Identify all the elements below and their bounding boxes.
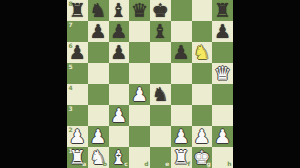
square-f3[interactable] [171,105,192,126]
white-knight[interactable]: ♞ [90,147,107,168]
rank-label-5: 5 [69,64,73,70]
white-pawn[interactable]: ♟ [173,126,190,147]
square-a4[interactable]: 4 [67,84,88,105]
rank-label-6: 6 [69,43,73,49]
square-f1[interactable]: f♜ [171,147,192,168]
file-label-h: h [227,161,231,167]
file-label-a: a [82,161,86,167]
square-g4[interactable] [192,84,213,105]
square-e7[interactable]: ♝ [150,21,171,42]
square-e8[interactable]: ♚ [150,0,171,21]
square-b2[interactable]: ♟ [88,126,109,147]
square-h2[interactable]: ♟ [212,126,233,147]
rank-label-4: 4 [69,85,73,91]
square-e2[interactable] [150,126,171,147]
black-bishop[interactable]: ♝ [110,0,127,21]
square-f5[interactable] [171,63,192,84]
square-g2[interactable]: ♟ [192,126,213,147]
square-c6[interactable]: ♟ [109,42,130,63]
square-a1[interactable]: 1a♜ [67,147,88,168]
square-b5[interactable] [88,63,109,84]
square-a3[interactable]: 3 [67,105,88,126]
file-label-g: g [206,161,210,167]
black-queen[interactable]: ♛ [131,0,148,21]
square-c7[interactable]: ♟ [109,21,130,42]
rank-label-1: 1 [69,148,73,154]
square-e5[interactable] [150,63,171,84]
square-c4[interactable] [109,84,130,105]
file-label-e: e [165,161,169,167]
letterbox-right [233,0,300,168]
file-label-c: c [124,161,128,167]
black-king[interactable]: ♚ [152,0,169,21]
square-f4[interactable] [171,84,192,105]
black-rook[interactable]: ♜ [69,0,86,21]
square-g8[interactable] [192,0,213,21]
square-g7[interactable] [192,21,213,42]
square-f2[interactable]: ♟ [171,126,192,147]
black-pawn[interactable]: ♟ [173,42,190,63]
black-pawn[interactable]: ♟ [214,21,231,42]
black-pawn[interactable]: ♟ [110,42,127,63]
square-c5[interactable] [109,63,130,84]
square-h7[interactable]: ♟ [212,21,233,42]
rank-label-3: 3 [69,106,73,112]
square-c1[interactable]: c♝ [109,147,130,168]
square-d6[interactable] [129,42,150,63]
square-a2[interactable]: 2♟ [67,126,88,147]
square-e1[interactable]: e [150,147,171,168]
square-a5[interactable]: 5 [67,63,88,84]
letterbox-left [0,0,67,168]
square-c8[interactable]: ♝ [109,0,130,21]
black-knight[interactable]: ♞ [152,84,169,105]
square-d5[interactable] [129,63,150,84]
square-h4[interactable] [212,84,233,105]
square-f7[interactable] [171,21,192,42]
white-queen[interactable]: ♛ [214,63,231,84]
square-h3[interactable] [212,105,233,126]
square-d4[interactable]: ♟ [129,84,150,105]
black-bishop[interactable]: ♝ [152,21,169,42]
square-g1[interactable]: g♚ [192,147,213,168]
square-e3[interactable] [150,105,171,126]
white-pawn[interactable]: ♟ [110,105,127,126]
file-label-f: f [187,161,190,167]
square-f6[interactable]: ♟ [171,42,192,63]
black-knight[interactable]: ♞ [90,0,107,21]
square-a7[interactable]: 7 [67,21,88,42]
square-d2[interactable] [129,126,150,147]
square-d1[interactable]: d [129,147,150,168]
square-h8[interactable]: ♜ [212,0,233,21]
rank-label-2: 2 [69,127,73,133]
square-g6[interactable]: ♞ [192,42,213,63]
square-b6[interactable] [88,42,109,63]
rank-label-7: 7 [69,22,73,28]
square-d7[interactable] [129,21,150,42]
square-b4[interactable] [88,84,109,105]
white-rook[interactable]: ♜ [69,147,86,168]
white-pawn[interactable]: ♟ [214,126,231,147]
black-pawn[interactable]: ♟ [90,21,107,42]
square-e4[interactable]: ♞ [150,84,171,105]
chess-board[interactable]: 8♜♞♝♛♚♜7♟♟♝♟6♟♟♟♞5♛4♟♞3♟2♟♟♟♟♟1a♜b♞c♝def… [67,0,233,168]
file-label-d: d [144,161,148,167]
square-c3[interactable]: ♟ [109,105,130,126]
highlighted-white-knight[interactable]: ♞ [193,42,210,63]
square-c2[interactable] [109,126,130,147]
square-d8[interactable]: ♛ [129,0,150,21]
white-pawn[interactable]: ♟ [193,126,210,147]
square-b1[interactable]: b♞ [88,147,109,168]
square-b7[interactable]: ♟ [88,21,109,42]
square-e6[interactable] [150,42,171,63]
chess-app-viewport: 8♜♞♝♛♚♜7♟♟♝♟6♟♟♟♞5♛4♟♞3♟2♟♟♟♟♟1a♜b♞c♝def… [0,0,300,168]
white-pawn[interactable]: ♟ [69,126,86,147]
square-g5[interactable] [192,63,213,84]
square-h5[interactable]: ♛ [212,63,233,84]
square-g3[interactable] [192,105,213,126]
square-d3[interactable] [129,105,150,126]
square-b3[interactable] [88,105,109,126]
black-pawn[interactable]: ♟ [69,42,86,63]
file-label-b: b [103,161,107,167]
square-b8[interactable]: ♞ [88,0,109,21]
square-h1[interactable]: h [212,147,233,168]
rank-label-8: 8 [69,1,73,7]
square-f8[interactable] [171,0,192,21]
square-a8[interactable]: 8♜ [67,0,88,21]
square-a6[interactable]: 6♟ [67,42,88,63]
white-king[interactable]: ♚ [193,147,210,168]
white-pawn[interactable]: ♟ [90,126,107,147]
white-rook[interactable]: ♜ [173,147,190,168]
black-rook[interactable]: ♜ [214,0,231,21]
white-pawn[interactable]: ♟ [131,84,148,105]
black-pawn[interactable]: ♟ [110,21,127,42]
square-h6[interactable] [212,42,233,63]
white-bishop[interactable]: ♝ [110,147,127,168]
